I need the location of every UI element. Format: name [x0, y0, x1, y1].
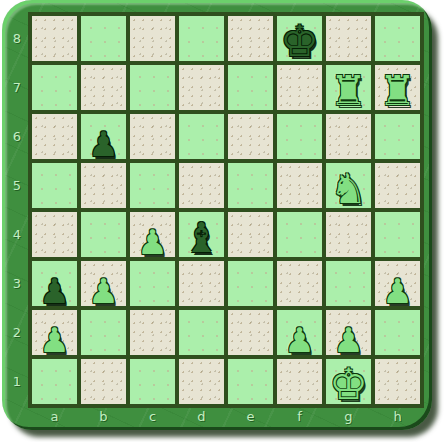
square-h8[interactable]	[375, 16, 420, 61]
square-b7[interactable]	[81, 65, 126, 110]
file-label-e: e	[228, 406, 273, 426]
square-c5[interactable]	[130, 163, 175, 208]
rank-label-3: 3	[7, 261, 27, 306]
square-d7[interactable]	[179, 65, 224, 110]
file-label-c: c	[130, 406, 175, 426]
rank-label-8: 8	[7, 16, 27, 61]
square-a1[interactable]	[32, 359, 77, 404]
file-label-h: h	[375, 406, 420, 426]
file-label-b: b	[81, 406, 126, 426]
square-h4[interactable]	[375, 212, 420, 257]
square-e2[interactable]	[228, 310, 273, 355]
square-c3[interactable]	[130, 261, 175, 306]
file-label-g: g	[326, 406, 371, 426]
rank-label-2: 2	[7, 310, 27, 355]
square-e1[interactable]	[228, 359, 273, 404]
square-g1[interactable]: ♚	[326, 359, 371, 404]
square-a6[interactable]	[32, 114, 77, 159]
square-f2[interactable]: ♟	[277, 310, 322, 355]
piece-black-king[interactable]: ♚	[280, 20, 319, 63]
square-b1[interactable]	[81, 359, 126, 404]
square-b3[interactable]: ♟	[81, 261, 126, 306]
rank-label-1: 1	[7, 359, 27, 404]
piece-white-pawn[interactable]: ♟	[88, 274, 118, 308]
piece-black-pawn[interactable]: ♟	[39, 274, 69, 308]
square-g2[interactable]: ♟	[326, 310, 371, 355]
square-h2[interactable]	[375, 310, 420, 355]
square-b5[interactable]	[81, 163, 126, 208]
chess-app-window: 87654321 ♚♜♜♟♞♟♝♟♟♟♟♟♟♚ abcdefgh	[0, 0, 444, 442]
square-g7[interactable]: ♜	[326, 65, 371, 110]
square-e6[interactable]	[228, 114, 273, 159]
rank-labels: 87654321	[7, 16, 27, 404]
square-c6[interactable]	[130, 114, 175, 159]
piece-white-rook[interactable]: ♜	[379, 71, 416, 112]
square-a2[interactable]: ♟	[32, 310, 77, 355]
square-f4[interactable]	[277, 212, 322, 257]
square-f5[interactable]	[277, 163, 322, 208]
square-c7[interactable]	[130, 65, 175, 110]
square-g8[interactable]	[326, 16, 371, 61]
rank-label-5: 5	[7, 163, 27, 208]
square-f6[interactable]	[277, 114, 322, 159]
square-d1[interactable]	[179, 359, 224, 404]
square-a7[interactable]	[32, 65, 77, 110]
square-d3[interactable]	[179, 261, 224, 306]
square-h7[interactable]: ♜	[375, 65, 420, 110]
square-f1[interactable]	[277, 359, 322, 404]
square-h6[interactable]	[375, 114, 420, 159]
square-d4[interactable]: ♝	[179, 212, 224, 257]
square-e5[interactable]	[228, 163, 273, 208]
square-g4[interactable]	[326, 212, 371, 257]
file-label-f: f	[277, 406, 322, 426]
piece-white-pawn[interactable]: ♟	[284, 323, 314, 357]
file-label-a: a	[32, 406, 77, 426]
piece-white-king[interactable]: ♚	[329, 363, 368, 406]
piece-white-pawn[interactable]: ♟	[333, 323, 363, 357]
square-e8[interactable]	[228, 16, 273, 61]
rank-label-7: 7	[7, 65, 27, 110]
piece-white-pawn[interactable]: ♟	[137, 225, 167, 259]
square-e7[interactable]	[228, 65, 273, 110]
square-d6[interactable]	[179, 114, 224, 159]
piece-white-rook[interactable]: ♜	[330, 71, 367, 112]
square-c1[interactable]	[130, 359, 175, 404]
square-c2[interactable]	[130, 310, 175, 355]
square-a3[interactable]: ♟	[32, 261, 77, 306]
rank-label-6: 6	[7, 114, 27, 159]
piece-white-pawn[interactable]: ♟	[39, 323, 69, 357]
square-d8[interactable]	[179, 16, 224, 61]
square-a5[interactable]	[32, 163, 77, 208]
piece-black-pawn[interactable]: ♟	[88, 127, 118, 161]
piece-white-pawn[interactable]: ♟	[382, 274, 412, 308]
square-a4[interactable]	[32, 212, 77, 257]
rank-label-4: 4	[7, 212, 27, 257]
square-b2[interactable]	[81, 310, 126, 355]
square-h3[interactable]: ♟	[375, 261, 420, 306]
piece-white-knight[interactable]: ♞	[330, 169, 367, 210]
square-b4[interactable]	[81, 212, 126, 257]
square-e4[interactable]	[228, 212, 273, 257]
square-b6[interactable]: ♟	[81, 114, 126, 159]
square-g6[interactable]	[326, 114, 371, 159]
file-label-d: d	[179, 406, 224, 426]
square-g5[interactable]: ♞	[326, 163, 371, 208]
square-c4[interactable]: ♟	[130, 212, 175, 257]
square-h5[interactable]	[375, 163, 420, 208]
board-frame: 87654321 ♚♜♜♟♞♟♝♟♟♟♟♟♟♚ abcdefgh	[2, 0, 432, 430]
square-d5[interactable]	[179, 163, 224, 208]
square-c8[interactable]	[130, 16, 175, 61]
square-e3[interactable]	[228, 261, 273, 306]
square-h1[interactable]	[375, 359, 420, 404]
square-b8[interactable]	[81, 16, 126, 61]
square-f7[interactable]	[277, 65, 322, 110]
square-f3[interactable]	[277, 261, 322, 306]
chess-board[interactable]: ♚♜♜♟♞♟♝♟♟♟♟♟♟♚	[28, 12, 424, 408]
piece-black-bishop[interactable]: ♝	[183, 218, 220, 259]
square-d2[interactable]	[179, 310, 224, 355]
square-f8[interactable]: ♚	[277, 16, 322, 61]
square-a8[interactable]	[32, 16, 77, 61]
file-labels: abcdefgh	[32, 406, 420, 426]
square-g3[interactable]	[326, 261, 371, 306]
